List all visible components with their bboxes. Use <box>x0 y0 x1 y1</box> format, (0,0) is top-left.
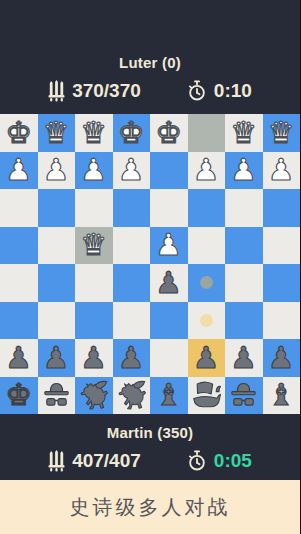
square-g7[interactable]: ♟ <box>225 152 263 190</box>
piece-white-pawn: ♟ <box>43 155 70 185</box>
square-d2[interactable]: ♟ <box>113 339 151 377</box>
ad-banner[interactable]: 史诗级多人对战 <box>0 480 300 534</box>
square-b5[interactable] <box>38 227 76 265</box>
square-c4[interactable] <box>75 264 113 302</box>
square-c1[interactable] <box>75 377 113 415</box>
piece-white-pawn: ♟ <box>80 155 107 185</box>
piece-white-pawn: ♟ <box>5 155 32 185</box>
square-c8[interactable]: ♛ <box>75 114 113 152</box>
square-f4[interactable] <box>188 264 226 302</box>
app-screen: Luter (0) <box>0 0 300 534</box>
square-b7[interactable]: ♟ <box>38 152 76 190</box>
piece-white-king: ♚ <box>5 118 32 148</box>
piece-dark-pegasus <box>116 380 147 411</box>
square-e2[interactable] <box>150 339 188 377</box>
swords-bundle-icon <box>48 80 65 102</box>
piece-dark-agent <box>41 380 72 411</box>
move-hint-dot[interactable] <box>200 276 213 289</box>
piece-dark-pawn: ♟ <box>193 343 220 373</box>
square-f8[interactable] <box>188 114 226 152</box>
square-b2[interactable]: ♟ <box>38 339 76 377</box>
square-d5[interactable] <box>113 227 151 265</box>
piece-white-queen: ♛ <box>230 118 257 148</box>
square-f5[interactable] <box>188 227 226 265</box>
square-e3[interactable] <box>150 302 188 340</box>
piece-dark-pegasus <box>78 380 109 411</box>
square-b4[interactable] <box>38 264 76 302</box>
piece-white-queen: ♛ <box>80 230 107 260</box>
piece-dark-pawn: ♟ <box>80 343 107 373</box>
square-a8[interactable]: ♚ <box>0 114 38 152</box>
opponent-time-value: 0:10 <box>214 80 252 102</box>
square-a2[interactable]: ♟ <box>0 339 38 377</box>
square-g4[interactable] <box>225 264 263 302</box>
square-h2[interactable]: ♟ <box>263 339 301 377</box>
square-a1[interactable]: ♚ <box>0 377 38 415</box>
square-a5[interactable] <box>0 227 38 265</box>
piece-white-pawn: ♟ <box>193 155 220 185</box>
square-d1[interactable] <box>113 377 151 415</box>
square-e8[interactable]: ♚ <box>150 114 188 152</box>
opponent-name: Luter (0) <box>119 54 181 71</box>
square-c6[interactable] <box>75 189 113 227</box>
square-a4[interactable] <box>0 264 38 302</box>
square-h6[interactable] <box>263 189 301 227</box>
square-c2[interactable]: ♟ <box>75 339 113 377</box>
player-panel: Martin (350) <box>0 414 300 480</box>
piece-dark-pawn: ♟ <box>230 343 257 373</box>
piece-white-king: ♚ <box>118 118 145 148</box>
piece-dark-ship <box>191 380 222 411</box>
square-e5[interactable]: ♟ <box>150 227 188 265</box>
square-b1[interactable] <box>38 377 76 415</box>
square-h8[interactable]: ♛ <box>263 114 301 152</box>
piece-dark-pawn: ♟ <box>118 343 145 373</box>
square-c3[interactable] <box>75 302 113 340</box>
piece-dark-agent <box>228 380 259 411</box>
piece-white-pawn: ♟ <box>268 155 295 185</box>
square-f7[interactable]: ♟ <box>188 152 226 190</box>
square-b6[interactable] <box>38 189 76 227</box>
square-d7[interactable]: ♟ <box>113 152 151 190</box>
square-f2[interactable]: ♟ <box>188 339 226 377</box>
player-health: 407/407 <box>48 450 141 472</box>
square-h7[interactable]: ♟ <box>263 152 301 190</box>
piece-dark-pawn: ♟ <box>155 268 182 298</box>
square-g8[interactable]: ♛ <box>225 114 263 152</box>
square-c7[interactable]: ♟ <box>75 152 113 190</box>
piece-dark-king: ♚ <box>5 380 32 410</box>
square-e7[interactable] <box>150 152 188 190</box>
square-h5[interactable] <box>263 227 301 265</box>
player-clock: 0:05 <box>187 450 252 472</box>
stopwatch-icon <box>187 450 207 472</box>
piece-dark-pawn: ♟ <box>43 343 70 373</box>
square-a6[interactable] <box>0 189 38 227</box>
square-h3[interactable] <box>263 302 301 340</box>
square-g1[interactable] <box>225 377 263 415</box>
opponent-panel: Luter (0) <box>0 0 300 114</box>
square-d8[interactable]: ♚ <box>113 114 151 152</box>
move-hint-dot[interactable] <box>200 314 213 327</box>
piece-dark-pawn: ♟ <box>268 343 295 373</box>
piece-white-pawn: ♟ <box>230 155 257 185</box>
square-e6[interactable] <box>150 189 188 227</box>
piece-white-pawn: ♟ <box>118 155 145 185</box>
ad-banner-text: 史诗级多人对战 <box>70 494 231 521</box>
player-name: Martin (350) <box>107 424 194 441</box>
square-g3[interactable] <box>225 302 263 340</box>
opponent-health-value: 370/370 <box>72 80 141 102</box>
square-a7[interactable]: ♟ <box>0 152 38 190</box>
player-stats: 407/407 0:05 <box>48 450 252 472</box>
piece-white-pawn: ♟ <box>155 230 182 260</box>
square-g5[interactable] <box>225 227 263 265</box>
square-b3[interactable] <box>38 302 76 340</box>
piece-white-king: ♚ <box>155 118 182 148</box>
piece-white-queen: ♛ <box>43 118 70 148</box>
piece-dark-bishop: ♝ <box>268 380 295 410</box>
square-d3[interactable] <box>113 302 151 340</box>
piece-dark-bishop: ♝ <box>155 380 182 410</box>
square-d4[interactable] <box>113 264 151 302</box>
piece-white-queen: ♛ <box>80 118 107 148</box>
piece-dark-pawn: ♟ <box>5 343 32 373</box>
square-h4[interactable] <box>263 264 301 302</box>
swords-bundle-icon <box>48 450 65 472</box>
square-g2[interactable]: ♟ <box>225 339 263 377</box>
square-h1[interactable]: ♝ <box>263 377 301 415</box>
chess-board[interactable]: ♚♛♛♚♚♛♛♟♟♟♟♟♟♟♛♟♟♟♟♟♟♟♟♟♚ ♝ <box>0 114 300 414</box>
square-f1[interactable] <box>188 377 226 415</box>
square-a3[interactable] <box>0 302 38 340</box>
square-b8[interactable]: ♛ <box>38 114 76 152</box>
piece-white-queen: ♛ <box>268 118 295 148</box>
stopwatch-icon <box>187 80 207 102</box>
opponent-stats: 370/370 0:10 <box>48 80 252 102</box>
opponent-clock: 0:10 <box>187 80 252 102</box>
square-g6[interactable] <box>225 189 263 227</box>
square-f6[interactable] <box>188 189 226 227</box>
square-e1[interactable]: ♝ <box>150 377 188 415</box>
opponent-health: 370/370 <box>48 80 141 102</box>
square-d6[interactable] <box>113 189 151 227</box>
square-e4[interactable]: ♟ <box>150 264 188 302</box>
square-c5[interactable]: ♛ <box>75 227 113 265</box>
player-time-value: 0:05 <box>214 450 252 472</box>
player-health-value: 407/407 <box>72 450 141 472</box>
square-f3[interactable] <box>188 302 226 340</box>
